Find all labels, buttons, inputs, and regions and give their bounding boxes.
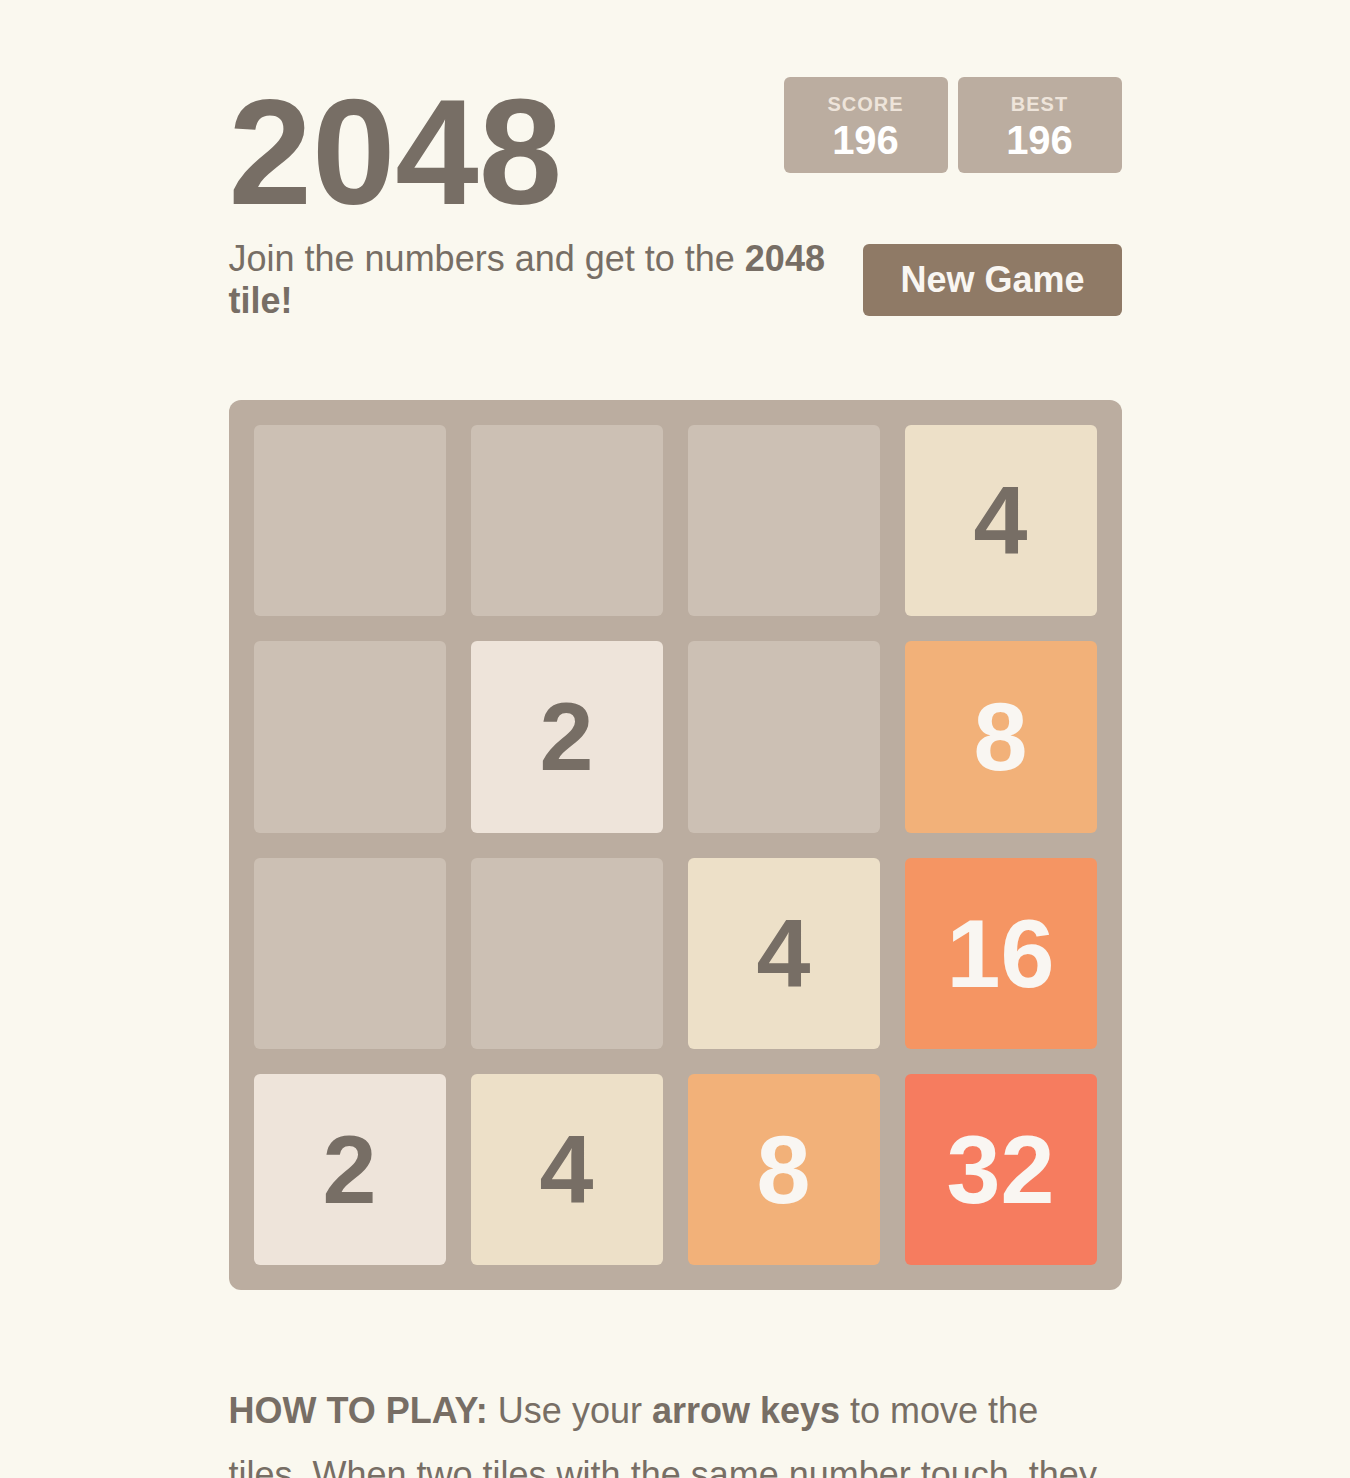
tile-32-r4c4: 32 xyxy=(905,1074,1097,1265)
intro-row: Join the numbers and get to the 2048 til… xyxy=(229,238,1122,322)
best-value: 196 xyxy=(958,118,1122,163)
intro-text-normal: Join the numbers and get to the xyxy=(229,238,745,279)
tile-4-r4c2: 4 xyxy=(471,1074,663,1265)
howto-seg2: Use your xyxy=(488,1390,652,1431)
tile-16-r3c4: 16 xyxy=(905,858,1097,1049)
score-value: 196 xyxy=(784,118,948,163)
scores-container: SCORE 196 BEST 196 xyxy=(784,77,1122,173)
tile-2-r2c2: 2 xyxy=(471,641,663,832)
empty-cell-r3c1 xyxy=(254,858,446,1049)
empty-cell-r1c1 xyxy=(254,425,446,616)
empty-cell-r3c2 xyxy=(471,858,663,1049)
best-label: BEST xyxy=(958,93,1122,116)
game-board: 42841624832 xyxy=(229,400,1122,1290)
empty-cell-r2c1 xyxy=(254,641,446,832)
header: 2048 SCORE 196 BEST 196 xyxy=(229,77,1122,227)
tile-2-r4c1: 2 xyxy=(254,1074,446,1265)
intro-text: Join the numbers and get to the 2048 til… xyxy=(229,238,864,322)
new-game-button[interactable]: New Game xyxy=(863,244,1121,316)
score-label: SCORE xyxy=(784,93,948,116)
howto-arrow-keys-bold: arrow keys xyxy=(652,1390,840,1431)
tile-8-r4c3: 8 xyxy=(688,1074,880,1265)
game-title: 2048 xyxy=(229,77,563,227)
tile-8-r2c4: 8 xyxy=(905,641,1097,832)
empty-cell-r1c2 xyxy=(471,425,663,616)
empty-cell-r1c3 xyxy=(688,425,880,616)
tile-4-r1c4: 4 xyxy=(905,425,1097,616)
how-to-play-text: HOW TO PLAY: Use your arrow keys to move… xyxy=(229,1379,1122,1478)
score-box: SCORE 196 xyxy=(784,77,948,173)
howto-heading: HOW TO PLAY: xyxy=(229,1390,488,1431)
empty-cell-r2c3 xyxy=(688,641,880,832)
best-box: BEST 196 xyxy=(958,77,1122,173)
tile-4-r3c3: 4 xyxy=(688,858,880,1049)
page-content: 2048 SCORE 196 BEST 196 Join the numbers… xyxy=(229,0,1122,1478)
